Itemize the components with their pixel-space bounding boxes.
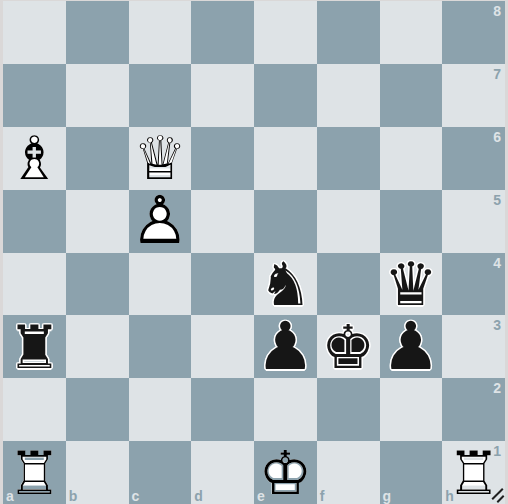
page: 87♝♗♛♕6♟♙5♞♛4♜♟♚♟32a♜♖bcde♚♔fg1h♜♖ — [0, 0, 508, 504]
black-knight-glyph: ♞ — [254, 253, 317, 316]
square-g4[interactable]: ♛ — [380, 253, 443, 316]
square-h7[interactable]: 7 — [442, 64, 505, 127]
piece-white-bishop[interactable]: ♝♗ — [3, 127, 66, 190]
square-b1[interactable]: b — [66, 441, 129, 504]
square-e6[interactable] — [254, 127, 317, 190]
square-d4[interactable] — [191, 253, 254, 316]
square-c2[interactable] — [129, 378, 192, 441]
square-f3[interactable]: ♚ — [317, 315, 380, 378]
square-d2[interactable] — [191, 378, 254, 441]
square-d6[interactable] — [191, 127, 254, 190]
square-e4[interactable]: ♞ — [254, 253, 317, 316]
square-a8[interactable] — [3, 1, 66, 64]
square-e3[interactable]: ♟ — [254, 315, 317, 378]
piece-black-queen[interactable]: ♛ — [380, 253, 443, 316]
square-a6[interactable]: ♝♗ — [3, 127, 66, 190]
square-f4[interactable] — [317, 253, 380, 316]
coord-rank-2: 2 — [493, 381, 501, 395]
square-d1[interactable]: d — [191, 441, 254, 504]
square-b6[interactable] — [66, 127, 129, 190]
square-f2[interactable] — [317, 378, 380, 441]
coord-file-c: c — [132, 489, 140, 503]
piece-black-pawn[interactable]: ♟ — [254, 315, 317, 378]
white-rook-glyph-outline: ♖ — [3, 441, 66, 504]
coord-rank-3: 3 — [493, 318, 501, 332]
square-d5[interactable] — [191, 190, 254, 253]
piece-white-king[interactable]: ♚♔ — [254, 441, 317, 504]
square-f8[interactable] — [317, 1, 380, 64]
chess-board: 87♝♗♛♕6♟♙5♞♛4♜♟♚♟32a♜♖bcde♚♔fg1h♜♖ — [3, 1, 505, 504]
square-f6[interactable] — [317, 127, 380, 190]
black-pawn-glyph: ♟ — [254, 315, 317, 378]
square-c3[interactable] — [129, 315, 192, 378]
coord-rank-6: 6 — [493, 130, 501, 144]
square-h2[interactable]: 2 — [442, 378, 505, 441]
piece-white-queen[interactable]: ♛♕ — [129, 127, 192, 190]
piece-white-rook[interactable]: ♜♖ — [3, 441, 66, 504]
piece-black-rook[interactable]: ♜ — [3, 315, 66, 378]
black-queen-glyph: ♛ — [380, 253, 443, 316]
square-e7[interactable] — [254, 64, 317, 127]
square-f7[interactable] — [317, 64, 380, 127]
square-c5[interactable]: ♟♙ — [129, 190, 192, 253]
black-pawn-glyph: ♟ — [380, 315, 443, 378]
square-g5[interactable] — [380, 190, 443, 253]
coord-file-f: f — [320, 489, 325, 503]
square-g6[interactable] — [380, 127, 443, 190]
black-king-glyph: ♚ — [317, 315, 380, 378]
square-e8[interactable] — [254, 1, 317, 64]
square-g8[interactable] — [380, 1, 443, 64]
square-h6[interactable]: 6 — [442, 127, 505, 190]
square-d7[interactable] — [191, 64, 254, 127]
square-a4[interactable] — [3, 253, 66, 316]
square-e5[interactable] — [254, 190, 317, 253]
square-h5[interactable]: 5 — [442, 190, 505, 253]
white-pawn-glyph-outline: ♙ — [129, 190, 192, 253]
square-e1[interactable]: e♚♔ — [254, 441, 317, 504]
coord-file-b: b — [69, 489, 78, 503]
square-b3[interactable] — [66, 315, 129, 378]
coord-rank-5: 5 — [493, 193, 501, 207]
square-h8[interactable]: 8 — [442, 1, 505, 64]
square-a1[interactable]: a♜♖ — [3, 441, 66, 504]
piece-black-pawn[interactable]: ♟ — [380, 315, 443, 378]
square-h3[interactable]: 3 — [442, 315, 505, 378]
piece-black-knight[interactable]: ♞ — [254, 253, 317, 316]
white-bishop-glyph-outline: ♗ — [3, 127, 66, 190]
coord-rank-8: 8 — [493, 4, 501, 18]
square-c1[interactable]: c — [129, 441, 192, 504]
resize-grip-line — [497, 495, 505, 503]
square-a7[interactable] — [3, 64, 66, 127]
square-f5[interactable] — [317, 190, 380, 253]
square-a3[interactable]: ♜ — [3, 315, 66, 378]
board-resize-handle[interactable] — [487, 486, 504, 503]
square-d8[interactable] — [191, 1, 254, 64]
square-a2[interactable] — [3, 378, 66, 441]
square-c8[interactable] — [129, 1, 192, 64]
white-king-glyph-outline: ♔ — [254, 441, 317, 504]
coord-file-d: d — [194, 489, 203, 503]
square-b7[interactable] — [66, 64, 129, 127]
square-c4[interactable] — [129, 253, 192, 316]
square-f1[interactable]: f — [317, 441, 380, 504]
square-h4[interactable]: 4 — [442, 253, 505, 316]
square-b8[interactable] — [66, 1, 129, 64]
square-d3[interactable] — [191, 315, 254, 378]
square-e2[interactable] — [254, 378, 317, 441]
coord-rank-7: 7 — [493, 67, 501, 81]
square-g7[interactable] — [380, 64, 443, 127]
square-b4[interactable] — [66, 253, 129, 316]
coord-rank-4: 4 — [493, 256, 501, 270]
piece-white-pawn[interactable]: ♟♙ — [129, 190, 192, 253]
square-b5[interactable] — [66, 190, 129, 253]
black-rook-glyph: ♜ — [3, 315, 66, 378]
square-g2[interactable] — [380, 378, 443, 441]
square-g3[interactable]: ♟ — [380, 315, 443, 378]
square-g1[interactable]: g — [380, 441, 443, 504]
square-b2[interactable] — [66, 378, 129, 441]
piece-black-king[interactable]: ♚ — [317, 315, 380, 378]
square-c6[interactable]: ♛♕ — [129, 127, 192, 190]
square-c7[interactable] — [129, 64, 192, 127]
coord-file-g: g — [383, 489, 392, 503]
square-a5[interactable] — [3, 190, 66, 253]
white-queen-glyph-outline: ♕ — [129, 127, 192, 190]
